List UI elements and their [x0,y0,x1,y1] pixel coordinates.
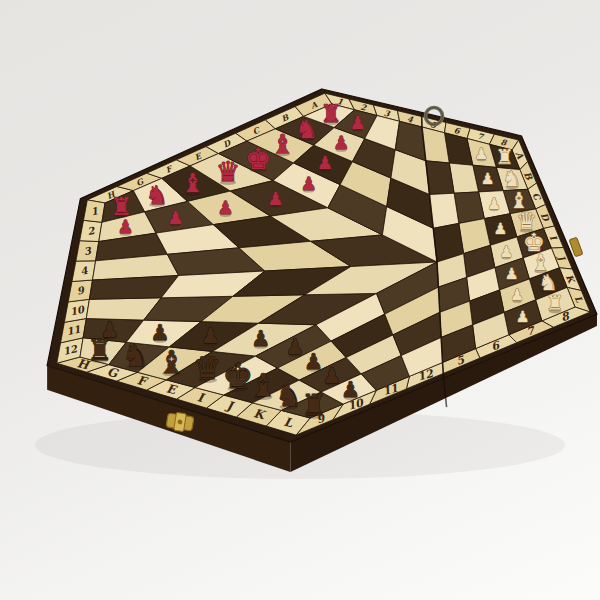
white-pawn: ♟ [499,243,513,261]
brown-rook: ♜ [87,334,113,367]
red-queen: ♛ [216,156,240,187]
white-pawn: ♟ [493,220,507,238]
photo-scene: HGFEDCBA12345678ABCDIJKL87651211109LKJIE… [0,0,600,600]
brown-pawn: ♟ [341,377,360,402]
brown-pawn: ♟ [285,334,304,359]
red-pawn: ♟ [333,132,349,153]
brown-pawn: ♟ [322,363,341,388]
red-knight: ♞ [295,114,318,144]
brown-knight: ♞ [122,338,149,373]
white-rook: ♜ [546,291,564,315]
red-pawn: ♟ [217,197,233,218]
red-pawn: ♟ [349,112,365,133]
brown-queen: ♛ [193,349,222,387]
red-pawn: ♟ [267,188,283,209]
white-pawn: ♟ [475,145,489,163]
white-pawn: ♟ [505,265,519,283]
white-pawn: ♟ [510,286,524,304]
brown-bishop: ♝ [249,367,277,403]
red-bishop: ♝ [181,168,204,198]
red-pawn: ♟ [167,207,183,228]
board-cell [430,193,459,228]
brown-pawn: ♟ [201,323,220,348]
three-player-chess-board: HGFEDCBA12345678ABCDIJKL87651211109LKJIE… [0,0,600,600]
board-cell [426,161,454,195]
red-rook: ♜ [320,100,341,128]
brown-pawn: ♟ [150,320,169,345]
board-cell [454,192,484,224]
white-pawn: ♟ [487,195,501,213]
brown-knight: ♞ [275,378,302,413]
red-pawn: ♟ [300,173,316,194]
white-pawn: ♟ [516,308,530,326]
red-knight: ♞ [145,180,168,210]
brown-pawn: ♟ [251,326,270,351]
brown-pawn: ♟ [304,349,323,374]
red-pawn: ♟ [317,152,333,173]
brown-rook: ♜ [301,389,327,422]
white-pawn: ♟ [481,170,495,188]
red-king: ♚ [245,142,271,176]
red-bishop: ♝ [271,129,294,159]
brown-bishop: ♝ [157,344,185,380]
red-pawn: ♟ [117,216,133,237]
